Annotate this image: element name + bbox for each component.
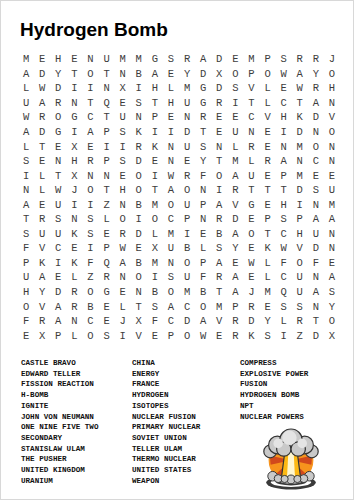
grid-cell[interactable]: R (227, 328, 243, 343)
grid-cell[interactable]: O (82, 285, 98, 300)
grid-cell[interactable]: L (18, 81, 34, 96)
grid-cell[interactable]: B (131, 197, 147, 212)
grid-cell[interactable]: L (66, 270, 82, 285)
grid-cell[interactable]: N (308, 299, 324, 314)
grid-cell[interactable]: W (18, 110, 34, 125)
grid-cell[interactable]: O (195, 299, 211, 314)
grid-cell[interactable]: O (163, 285, 179, 300)
grid-cell[interactable]: N (292, 154, 308, 169)
grid-cell[interactable]: U (292, 270, 308, 285)
grid-cell[interactable]: R (50, 96, 66, 111)
grid-cell[interactable]: E (227, 110, 243, 125)
grid-cell[interactable]: T (34, 139, 50, 154)
grid-cell[interactable]: H (276, 197, 292, 212)
grid-cell[interactable]: M (292, 168, 308, 183)
grid-cell[interactable]: E (324, 168, 340, 183)
grid-cell[interactable]: N (82, 52, 98, 67)
grid-cell[interactable]: E (260, 299, 276, 314)
grid-cell[interactable]: P (260, 52, 276, 67)
grid-cell[interactable]: E (99, 227, 115, 242)
grid-cell[interactable]: S (115, 125, 131, 140)
grid-cell[interactable]: O (211, 168, 227, 183)
grid-cell[interactable]: X (211, 67, 227, 82)
grid-cell[interactable]: K (66, 227, 82, 242)
grid-cell[interactable]: I (211, 183, 227, 198)
grid-cell[interactable]: R (34, 110, 50, 125)
grid-cell[interactable]: E (34, 197, 50, 212)
grid-cell[interactable]: G (243, 197, 259, 212)
grid-cell[interactable]: E (34, 154, 50, 169)
grid-cell[interactable]: F (308, 256, 324, 271)
grid-cell[interactable]: I (147, 168, 163, 183)
grid-cell[interactable]: L (260, 81, 276, 96)
grid-cell[interactable]: O (82, 67, 98, 82)
grid-cell[interactable]: S (227, 81, 243, 96)
grid-cell[interactable]: P (243, 67, 259, 82)
grid-cell[interactable]: A (163, 299, 179, 314)
grid-cell[interactable]: O (163, 197, 179, 212)
grid-cell[interactable]: A (163, 183, 179, 198)
grid-cell[interactable]: U (308, 227, 324, 242)
grid-cell[interactable]: A (227, 168, 243, 183)
grid-cell[interactable]: R (211, 96, 227, 111)
grid-cell[interactable]: E (243, 212, 259, 227)
grid-cell[interactable]: F (195, 168, 211, 183)
grid-cell[interactable]: X (34, 328, 50, 343)
grid-cell[interactable]: B (82, 299, 98, 314)
grid-cell[interactable]: R (292, 314, 308, 329)
grid-cell[interactable]: D (179, 125, 195, 140)
grid-cell[interactable]: T (292, 96, 308, 111)
grid-cell[interactable]: E (82, 139, 98, 154)
grid-cell[interactable]: G (50, 125, 66, 140)
grid-cell[interactable]: E (115, 96, 131, 111)
grid-cell[interactable]: C (163, 314, 179, 329)
grid-cell[interactable]: U (34, 227, 50, 242)
grid-cell[interactable]: P (147, 110, 163, 125)
grid-cell[interactable]: L (195, 241, 211, 256)
grid-cell[interactable]: Y (195, 154, 211, 169)
grid-cell[interactable]: B (147, 285, 163, 300)
grid-cell[interactable]: N (50, 154, 66, 169)
grid-cell[interactable]: S (195, 139, 211, 154)
grid-cell[interactable]: W (163, 168, 179, 183)
grid-cell[interactable]: H (18, 285, 34, 300)
grid-cell[interactable]: F (82, 256, 98, 271)
grid-cell[interactable]: O (131, 183, 147, 198)
grid-cell[interactable]: O (227, 67, 243, 82)
grid-cell[interactable]: S (292, 299, 308, 314)
grid-cell[interactable]: T (99, 110, 115, 125)
grid-cell[interactable]: P (99, 154, 115, 169)
grid-cell[interactable]: U (292, 285, 308, 300)
grid-cell[interactable]: A (292, 67, 308, 82)
grid-cell[interactable]: S (131, 96, 147, 111)
grid-cell[interactable]: S (115, 154, 131, 169)
grid-cell[interactable]: K (34, 256, 50, 271)
grid-cell[interactable]: N (195, 183, 211, 198)
grid-cell[interactable]: P (227, 299, 243, 314)
grid-cell[interactable]: D (50, 285, 66, 300)
grid-cell[interactable]: R (243, 299, 259, 314)
grid-cell[interactable]: U (179, 96, 195, 111)
grid-cell[interactable]: C (50, 241, 66, 256)
grid-cell[interactable]: N (131, 285, 147, 300)
grid-cell[interactable]: D (243, 314, 259, 329)
grid-cell[interactable]: H (324, 81, 340, 96)
grid-cell[interactable]: U (50, 197, 66, 212)
grid-cell[interactable]: L (227, 139, 243, 154)
grid-cell[interactable]: K (260, 241, 276, 256)
grid-cell[interactable]: X (66, 168, 82, 183)
grid-cell[interactable]: I (276, 328, 292, 343)
grid-cell[interactable]: E (115, 168, 131, 183)
grid-cell[interactable]: T (147, 183, 163, 198)
grid-cell[interactable]: E (99, 314, 115, 329)
grid-cell[interactable]: S (50, 212, 66, 227)
grid-cell[interactable]: I (82, 197, 98, 212)
grid-cell[interactable]: C (163, 212, 179, 227)
grid-cell[interactable]: S (276, 212, 292, 227)
grid-cell[interactable]: I (115, 139, 131, 154)
grid-cell[interactable]: Y (179, 67, 195, 82)
grid-cell[interactable]: O (115, 212, 131, 227)
grid-cell[interactable]: Y (308, 67, 324, 82)
grid-cell[interactable]: O (243, 227, 259, 242)
grid-cell[interactable]: N (82, 168, 98, 183)
grid-cell[interactable]: U (18, 270, 34, 285)
grid-cell[interactable]: P (195, 256, 211, 271)
grid-cell[interactable]: L (147, 227, 163, 242)
grid-cell[interactable]: A (18, 125, 34, 140)
grid-cell[interactable]: C (308, 154, 324, 169)
grid-cell[interactable]: V (227, 197, 243, 212)
grid-cell[interactable]: R (179, 168, 195, 183)
grid-cell[interactable]: L (18, 139, 34, 154)
grid-cell[interactable]: N (18, 183, 34, 198)
grid-cell[interactable]: F (18, 314, 34, 329)
grid-cell[interactable]: X (131, 314, 147, 329)
grid-cell[interactable]: U (243, 168, 259, 183)
grid-cell[interactable]: P (292, 212, 308, 227)
grid-cell[interactable]: A (18, 67, 34, 82)
grid-cell[interactable]: E (18, 328, 34, 343)
grid-cell[interactable]: S (82, 212, 98, 227)
grid-cell[interactable]: T (131, 299, 147, 314)
grid-cell[interactable]: A (50, 314, 66, 329)
grid-cell[interactable]: D (195, 67, 211, 82)
grid-cell[interactable]: G (195, 81, 211, 96)
grid-cell[interactable]: X (66, 139, 82, 154)
grid-cell[interactable]: B (211, 227, 227, 242)
grid-cell[interactable]: J (324, 52, 340, 67)
grid-cell[interactable]: S (163, 270, 179, 285)
grid-cell[interactable]: S (276, 52, 292, 67)
grid-cell[interactable]: O (131, 168, 147, 183)
grid-cell[interactable]: N (324, 96, 340, 111)
grid-cell[interactable]: L (115, 299, 131, 314)
grid-cell[interactable]: N (308, 197, 324, 212)
grid-cell[interactable]: I (18, 168, 34, 183)
grid-cell[interactable]: F (147, 314, 163, 329)
grid-cell[interactable]: X (115, 81, 131, 96)
grid-cell[interactable]: D (308, 241, 324, 256)
grid-cell[interactable]: N (115, 67, 131, 82)
grid-cell[interactable]: N (66, 314, 82, 329)
grid-cell[interactable]: C (82, 314, 98, 329)
grid-cell[interactable]: R (243, 139, 259, 154)
grid-cell[interactable]: E (66, 241, 82, 256)
grid-cell[interactable]: E (211, 110, 227, 125)
grid-cell[interactable]: E (163, 67, 179, 82)
grid-cell[interactable]: W (276, 241, 292, 256)
grid-cell[interactable]: P (195, 197, 211, 212)
grid-cell[interactable]: T (243, 183, 259, 198)
grid-cell[interactable]: A (34, 96, 50, 111)
grid-cell[interactable]: A (324, 270, 340, 285)
grid-cell[interactable]: Q (99, 256, 115, 271)
grid-cell[interactable]: H (292, 227, 308, 242)
grid-cell[interactable]: O (292, 256, 308, 271)
grid-cell[interactable]: G (147, 52, 163, 67)
grid-cell[interactable]: A (34, 270, 50, 285)
grid-cell[interactable]: A (195, 52, 211, 67)
grid-cell[interactable]: F (276, 256, 292, 271)
grid-cell[interactable]: N (163, 139, 179, 154)
grid-cell[interactable]: Z (292, 328, 308, 343)
grid-cell[interactable]: R (82, 154, 98, 169)
grid-cell[interactable]: N (308, 270, 324, 285)
grid-cell[interactable]: A (324, 212, 340, 227)
grid-cell[interactable]: L (260, 96, 276, 111)
grid-cell[interactable]: K (66, 256, 82, 271)
grid-cell[interactable]: R (227, 314, 243, 329)
grid-cell[interactable]: R (115, 227, 131, 242)
grid-cell[interactable]: V (260, 110, 276, 125)
grid-cell[interactable]: E (147, 328, 163, 343)
grid-cell[interactable]: A (227, 270, 243, 285)
grid-cell[interactable]: T (260, 183, 276, 198)
grid-cell[interactable]: M (179, 81, 195, 96)
grid-cell[interactable]: N (276, 139, 292, 154)
grid-cell[interactable]: A (227, 227, 243, 242)
grid-cell[interactable]: D (227, 212, 243, 227)
grid-cell[interactable]: L (276, 314, 292, 329)
grid-cell[interactable]: Q (276, 285, 292, 300)
grid-cell[interactable]: O (179, 183, 195, 198)
grid-cell[interactable]: K (292, 110, 308, 125)
grid-cell[interactable]: R (260, 154, 276, 169)
grid-cell[interactable]: T (99, 183, 115, 198)
grid-cell[interactable]: L (260, 256, 276, 271)
grid-cell[interactable]: S (163, 52, 179, 67)
grid-cell[interactable]: N (179, 110, 195, 125)
grid-cell[interactable]: T (195, 125, 211, 140)
grid-cell[interactable]: D (131, 154, 147, 169)
grid-cell[interactable]: N (324, 227, 340, 242)
grid-cell[interactable]: M (324, 197, 340, 212)
grid-cell[interactable]: I (147, 270, 163, 285)
grid-cell[interactable]: U (179, 197, 195, 212)
grid-cell[interactable]: N (99, 168, 115, 183)
grid-cell[interactable]: I (50, 256, 66, 271)
grid-cell[interactable]: L (34, 168, 50, 183)
grid-cell[interactable]: K (131, 125, 147, 140)
grid-cell[interactable]: V (131, 328, 147, 343)
grid-cell[interactable]: S (82, 227, 98, 242)
grid-cell[interactable]: A (227, 285, 243, 300)
grid-cell[interactable]: L (260, 270, 276, 285)
grid-cell[interactable]: O (324, 125, 340, 140)
grid-cell[interactable]: V (34, 241, 50, 256)
grid-cell[interactable]: B (131, 67, 147, 82)
grid-cell[interactable]: V (211, 314, 227, 329)
grid-cell[interactable]: E (115, 285, 131, 300)
grid-cell[interactable]: W (115, 241, 131, 256)
grid-cell[interactable]: U (179, 139, 195, 154)
grid-cell[interactable]: N (115, 270, 131, 285)
grid-cell[interactable]: L (243, 154, 259, 169)
grid-cell[interactable]: S (260, 328, 276, 343)
grid-cell[interactable]: L (163, 81, 179, 96)
grid-cell[interactable]: A (211, 256, 227, 271)
grid-cell[interactable]: E (260, 125, 276, 140)
grid-cell[interactable]: O (82, 183, 98, 198)
grid-cell[interactable]: W (292, 81, 308, 96)
grid-cell[interactable]: V (292, 241, 308, 256)
grid-cell[interactable]: R (179, 52, 195, 67)
grid-cell[interactable]: E (276, 81, 292, 96)
grid-cell[interactable]: P (276, 168, 292, 183)
grid-cell[interactable]: K (243, 328, 259, 343)
grid-cell[interactable]: U (50, 227, 66, 242)
grid-cell[interactable]: M (260, 285, 276, 300)
grid-cell[interactable]: A (18, 197, 34, 212)
grid-cell[interactable]: N (211, 139, 227, 154)
grid-cell[interactable]: M (227, 154, 243, 169)
grid-cell[interactable]: E (243, 241, 259, 256)
grid-cell[interactable]: H (66, 154, 82, 169)
grid-cell[interactable]: R (227, 183, 243, 198)
grid-cell[interactable]: F (195, 270, 211, 285)
grid-cell[interactable]: E (227, 256, 243, 271)
grid-cell[interactable]: D (50, 81, 66, 96)
grid-cell[interactable]: I (227, 96, 243, 111)
grid-cell[interactable]: A (82, 125, 98, 140)
grid-cell[interactable]: O (82, 328, 98, 343)
grid-cell[interactable]: Y (260, 314, 276, 329)
grid-cell[interactable]: N (195, 212, 211, 227)
grid-cell[interactable]: E (34, 52, 50, 67)
grid-cell[interactable]: R (99, 270, 115, 285)
grid-cell[interactable]: E (324, 256, 340, 271)
grid-cell[interactable]: R (66, 299, 82, 314)
grid-cell[interactable]: S (147, 299, 163, 314)
grid-cell[interactable]: T (308, 314, 324, 329)
grid-cell[interactable]: A (195, 314, 211, 329)
grid-cell[interactable]: W (195, 328, 211, 343)
grid-cell[interactable]: C (276, 270, 292, 285)
grid-cell[interactable]: E (260, 139, 276, 154)
grid-cell[interactable]: D (292, 183, 308, 198)
grid-cell[interactable]: E (50, 270, 66, 285)
grid-cell[interactable]: I (179, 227, 195, 242)
grid-cell[interactable]: A (211, 197, 227, 212)
grid-cell[interactable]: J (66, 183, 82, 198)
grid-cell[interactable]: A (115, 256, 131, 271)
grid-cell[interactable]: O (308, 139, 324, 154)
grid-cell[interactable]: E (227, 52, 243, 67)
grid-cell[interactable]: U (163, 241, 179, 256)
grid-cell[interactable]: W (50, 183, 66, 198)
grid-cell[interactable]: P (163, 328, 179, 343)
grid-cell[interactable]: N (163, 154, 179, 169)
grid-cell[interactable]: P (99, 241, 115, 256)
grid-cell[interactable]: D (211, 52, 227, 67)
grid-cell[interactable]: O (324, 314, 340, 329)
grid-cell[interactable]: S (324, 285, 340, 300)
grid-cell[interactable]: I (292, 197, 308, 212)
grid-cell[interactable]: I (131, 81, 147, 96)
grid-cell[interactable]: U (99, 52, 115, 67)
grid-cell[interactable]: N (243, 125, 259, 140)
grid-cell[interactable]: R (66, 285, 82, 300)
grid-cell[interactable]: R (308, 81, 324, 96)
grid-cell[interactable]: Y (50, 67, 66, 82)
grid-cell[interactable]: E (50, 139, 66, 154)
grid-cell[interactable]: M (179, 285, 195, 300)
grid-cell[interactable]: D (131, 227, 147, 242)
grid-cell[interactable]: A (308, 285, 324, 300)
grid-cell[interactable]: E (260, 168, 276, 183)
grid-cell[interactable]: E (195, 227, 211, 242)
grid-cell[interactable]: E (99, 299, 115, 314)
grid-cell[interactable]: U (18, 96, 34, 111)
grid-cell[interactable]: O (179, 256, 195, 271)
grid-cell[interactable]: T (99, 67, 115, 82)
grid-cell[interactable]: T (276, 183, 292, 198)
grid-cell[interactable]: D (34, 125, 50, 140)
grid-cell[interactable]: E (163, 110, 179, 125)
grid-cell[interactable]: T (243, 96, 259, 111)
grid-cell[interactable]: T (260, 227, 276, 242)
grid-cell[interactable]: T (18, 212, 34, 227)
grid-cell[interactable]: M (131, 52, 147, 67)
grid-cell[interactable]: T (50, 168, 66, 183)
grid-cell[interactable]: B (179, 241, 195, 256)
grid-cell[interactable]: I (82, 241, 98, 256)
grid-cell[interactable]: E (243, 270, 259, 285)
grid-cell[interactable]: R (34, 212, 50, 227)
grid-cell[interactable]: U (179, 270, 195, 285)
grid-cell[interactable]: Y (34, 285, 50, 300)
grid-cell[interactable]: V (34, 299, 50, 314)
grid-cell[interactable]: N (131, 110, 147, 125)
grid-cell[interactable]: S (99, 328, 115, 343)
grid-cell[interactable]: D (34, 67, 50, 82)
grid-cell[interactable]: C (276, 96, 292, 111)
grid-cell[interactable]: Y (227, 241, 243, 256)
grid-cell[interactable]: I (131, 212, 147, 227)
grid-cell[interactable]: H (50, 52, 66, 67)
grid-cell[interactable]: O (260, 67, 276, 82)
grid-cell[interactable]: H (276, 110, 292, 125)
grid-cell[interactable]: C (82, 110, 98, 125)
grid-cell[interactable]: X (147, 241, 163, 256)
grid-cell[interactable]: E (308, 168, 324, 183)
grid-cell[interactable]: D (308, 110, 324, 125)
grid-cell[interactable]: E (211, 328, 227, 343)
